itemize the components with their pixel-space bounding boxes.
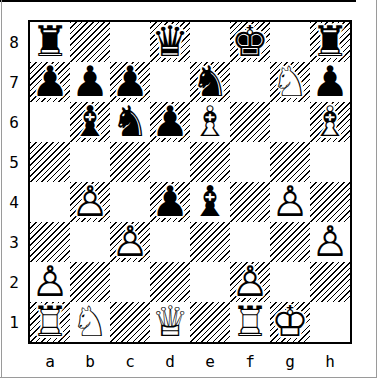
rank-label-2: 2 bbox=[0, 262, 28, 302]
square-a2[interactable]: ♟♙ bbox=[30, 262, 70, 302]
black-pawn-icon: ♟♟ bbox=[30, 62, 70, 102]
rank-label-8: 8 bbox=[0, 22, 28, 62]
file-label-c: c bbox=[110, 350, 150, 372]
square-c4[interactable] bbox=[110, 182, 150, 222]
square-c7[interactable]: ♟♟ bbox=[110, 62, 150, 102]
rank-label-1: 1 bbox=[0, 302, 28, 342]
white-queen-icon: ♛♕ bbox=[150, 302, 190, 342]
black-pawn-icon: ♟♟ bbox=[310, 62, 350, 102]
square-b8[interactable] bbox=[70, 22, 110, 62]
black-rook-icon: ♜♜ bbox=[30, 22, 70, 62]
square-d8[interactable]: ♛♛ bbox=[150, 22, 190, 62]
square-b6[interactable]: ♝♝ bbox=[70, 102, 110, 142]
chess-diagram-window: 87654321 ♜♜♛♛♚♚♜♜♟♟♟♟♟♟♞♞♞♘♟♟♝♝♞♞♟♟♝♗♝♗♟… bbox=[0, 0, 382, 382]
square-f2[interactable]: ♟♙ bbox=[230, 262, 270, 302]
square-b3[interactable] bbox=[70, 222, 110, 262]
square-e5[interactable] bbox=[190, 142, 230, 182]
file-label-b: b bbox=[70, 350, 110, 372]
black-bishop-icon: ♝♝ bbox=[70, 102, 110, 142]
white-pawn-icon: ♟♙ bbox=[270, 182, 310, 222]
white-king-icon: ♚♔ bbox=[270, 302, 310, 342]
file-label-g: g bbox=[270, 350, 310, 372]
square-a3[interactable] bbox=[30, 222, 70, 262]
square-g3[interactable] bbox=[270, 222, 310, 262]
white-pawn-icon: ♟♙ bbox=[230, 262, 270, 302]
square-h4[interactable] bbox=[310, 182, 350, 222]
square-a5[interactable] bbox=[30, 142, 70, 182]
square-h5[interactable] bbox=[310, 142, 350, 182]
square-h7[interactable]: ♟♟ bbox=[310, 62, 350, 102]
black-queen-icon: ♛♛ bbox=[150, 22, 190, 62]
white-pawn-icon: ♟♙ bbox=[110, 222, 150, 262]
square-h6[interactable]: ♝♗ bbox=[310, 102, 350, 142]
square-h8[interactable]: ♜♜ bbox=[310, 22, 350, 62]
square-e3[interactable] bbox=[190, 222, 230, 262]
square-d1[interactable]: ♛♕ bbox=[150, 302, 190, 342]
square-c8[interactable] bbox=[110, 22, 150, 62]
file-label-h: h bbox=[310, 350, 350, 372]
black-pawn-icon: ♟♟ bbox=[70, 62, 110, 102]
black-rook-icon: ♜♜ bbox=[310, 22, 350, 62]
file-labels: abcdefgh bbox=[30, 350, 350, 372]
square-f7[interactable] bbox=[230, 62, 270, 102]
square-d7[interactable] bbox=[150, 62, 190, 102]
white-bishop-icon: ♝♗ bbox=[190, 102, 230, 142]
square-d2[interactable] bbox=[150, 262, 190, 302]
square-e6[interactable]: ♝♗ bbox=[190, 102, 230, 142]
rank-label-5: 5 bbox=[0, 142, 28, 182]
square-h1[interactable] bbox=[310, 302, 350, 342]
square-c1[interactable] bbox=[110, 302, 150, 342]
white-knight-icon: ♞♘ bbox=[270, 62, 310, 102]
square-e4[interactable]: ♝♝ bbox=[190, 182, 230, 222]
square-g7[interactable]: ♞♘ bbox=[270, 62, 310, 102]
square-f6[interactable] bbox=[230, 102, 270, 142]
white-rook-icon: ♜♖ bbox=[230, 302, 270, 342]
square-c2[interactable] bbox=[110, 262, 150, 302]
square-f1[interactable]: ♜♖ bbox=[230, 302, 270, 342]
black-bishop-icon: ♝♝ bbox=[190, 182, 230, 222]
square-d3[interactable] bbox=[150, 222, 190, 262]
square-b1[interactable]: ♞♘ bbox=[70, 302, 110, 342]
square-f3[interactable] bbox=[230, 222, 270, 262]
square-a4[interactable] bbox=[30, 182, 70, 222]
file-label-e: e bbox=[190, 350, 230, 372]
black-pawn-icon: ♟♟ bbox=[150, 182, 190, 222]
rank-label-3: 3 bbox=[0, 222, 28, 262]
square-a6[interactable] bbox=[30, 102, 70, 142]
black-knight-icon: ♞♞ bbox=[110, 102, 150, 142]
square-d6[interactable]: ♟♟ bbox=[150, 102, 190, 142]
frame-right-line bbox=[376, 0, 377, 378]
rank-label-7: 7 bbox=[0, 62, 28, 102]
square-f5[interactable] bbox=[230, 142, 270, 182]
square-g4[interactable]: ♟♙ bbox=[270, 182, 310, 222]
white-pawn-icon: ♟♙ bbox=[70, 182, 110, 222]
square-a8[interactable]: ♜♜ bbox=[30, 22, 70, 62]
black-pawn-icon: ♟♟ bbox=[150, 102, 190, 142]
square-g1[interactable]: ♚♔ bbox=[270, 302, 310, 342]
file-label-f: f bbox=[230, 350, 270, 372]
square-b4[interactable]: ♟♙ bbox=[70, 182, 110, 222]
square-e8[interactable] bbox=[190, 22, 230, 62]
square-c6[interactable]: ♞♞ bbox=[110, 102, 150, 142]
black-pawn-icon: ♟♟ bbox=[110, 62, 150, 102]
white-pawn-icon: ♟♙ bbox=[310, 222, 350, 262]
file-label-d: d bbox=[150, 350, 190, 372]
chessboard: ♜♜♛♛♚♚♜♜♟♟♟♟♟♟♞♞♞♘♟♟♝♝♞♞♟♟♝♗♝♗♟♙♟♟♝♝♟♙♟♙… bbox=[28, 20, 352, 344]
square-b5[interactable] bbox=[70, 142, 110, 182]
square-g8[interactable] bbox=[270, 22, 310, 62]
square-c5[interactable] bbox=[110, 142, 150, 182]
white-knight-icon: ♞♘ bbox=[70, 302, 110, 342]
square-e7[interactable]: ♞♞ bbox=[190, 62, 230, 102]
rank-label-4: 4 bbox=[0, 182, 28, 222]
square-f8[interactable]: ♚♚ bbox=[230, 22, 270, 62]
square-d5[interactable] bbox=[150, 142, 190, 182]
square-g5[interactable] bbox=[270, 142, 310, 182]
square-e2[interactable] bbox=[190, 262, 230, 302]
square-g6[interactable] bbox=[270, 102, 310, 142]
square-c3[interactable]: ♟♙ bbox=[110, 222, 150, 262]
black-knight-icon: ♞♞ bbox=[190, 62, 230, 102]
file-label-a: a bbox=[30, 350, 70, 372]
frame-bottom-line bbox=[0, 377, 377, 378]
white-pawn-icon: ♟♙ bbox=[30, 262, 70, 302]
square-h3[interactable]: ♟♙ bbox=[310, 222, 350, 262]
square-a7[interactable]: ♟♟ bbox=[30, 62, 70, 102]
square-e1[interactable] bbox=[190, 302, 230, 342]
square-b7[interactable]: ♟♟ bbox=[70, 62, 110, 102]
rank-labels: 87654321 bbox=[0, 22, 28, 342]
black-king-icon: ♚♚ bbox=[230, 22, 270, 62]
square-g2[interactable] bbox=[270, 262, 310, 302]
white-rook-icon: ♜♖ bbox=[30, 302, 70, 342]
frame-top-line bbox=[0, 0, 356, 2]
square-h2[interactable] bbox=[310, 262, 350, 302]
square-d4[interactable]: ♟♟ bbox=[150, 182, 190, 222]
white-bishop-icon: ♝♗ bbox=[310, 102, 350, 142]
rank-label-6: 6 bbox=[0, 102, 28, 142]
square-b2[interactable] bbox=[70, 262, 110, 302]
square-f4[interactable] bbox=[230, 182, 270, 222]
square-a1[interactable]: ♜♖ bbox=[30, 302, 70, 342]
